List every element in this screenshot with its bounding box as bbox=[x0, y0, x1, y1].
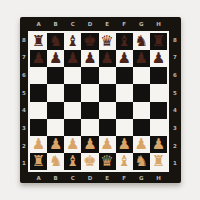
square-g1[interactable]: ♞ bbox=[133, 153, 150, 170]
piece-black-pawn[interactable]: ♟ bbox=[150, 50, 167, 67]
square-e3[interactable] bbox=[99, 119, 116, 136]
square-b1[interactable]: ♞ bbox=[47, 153, 64, 170]
square-d8[interactable]: ♚ bbox=[81, 33, 98, 50]
rank-label-8: 8 bbox=[20, 31, 28, 49]
square-b4[interactable] bbox=[47, 102, 64, 119]
square-f8[interactable]: ♝ bbox=[116, 33, 133, 50]
piece-black-pawn[interactable]: ♟ bbox=[116, 50, 133, 67]
square-f2[interactable]: ♟ bbox=[116, 136, 133, 153]
rank-label-3: 3 bbox=[169, 119, 181, 137]
square-f5[interactable] bbox=[116, 84, 133, 101]
square-g6[interactable] bbox=[133, 67, 150, 84]
rank-label-6: 6 bbox=[20, 66, 28, 84]
square-e5[interactable] bbox=[99, 84, 116, 101]
rank-labels-right: 87654321 bbox=[169, 31, 181, 172]
square-e2[interactable]: ♟ bbox=[99, 136, 116, 153]
rank-label-1: 1 bbox=[20, 154, 28, 172]
square-d1[interactable]: ♚ bbox=[81, 153, 98, 170]
rank-label-3: 3 bbox=[20, 119, 28, 137]
square-g7[interactable]: ♟ bbox=[133, 50, 150, 67]
square-f1[interactable]: ♝ bbox=[116, 153, 133, 170]
file-label-g: G bbox=[133, 172, 150, 183]
piece-black-knight[interactable]: ♞ bbox=[133, 33, 150, 50]
piece-black-pawn[interactable]: ♟ bbox=[133, 50, 150, 67]
square-h7[interactable]: ♟ bbox=[150, 50, 167, 67]
square-d4[interactable] bbox=[81, 102, 98, 119]
square-a2[interactable]: ♟ bbox=[30, 136, 47, 153]
square-d7[interactable]: ♟ bbox=[81, 50, 98, 67]
file-label-e: E bbox=[99, 17, 116, 31]
square-g3[interactable] bbox=[133, 119, 150, 136]
rank-label-2: 2 bbox=[169, 137, 181, 155]
rank-label-7: 7 bbox=[169, 49, 181, 67]
square-h8[interactable]: ♜ bbox=[150, 33, 167, 50]
rank-label-4: 4 bbox=[169, 102, 181, 120]
chess-board-frame: ABCDEFGH 87654321 87654321 ♜♞♝♚♛♝♞♜♟♟♟♟♟… bbox=[20, 17, 181, 183]
square-c7[interactable]: ♟ bbox=[64, 50, 81, 67]
piece-black-knight[interactable]: ♞ bbox=[47, 33, 64, 50]
square-h2[interactable]: ♟ bbox=[150, 136, 167, 153]
square-c4[interactable] bbox=[64, 102, 81, 119]
square-g8[interactable]: ♞ bbox=[133, 33, 150, 50]
square-b5[interactable] bbox=[47, 84, 64, 101]
piece-black-pawn[interactable]: ♟ bbox=[47, 50, 64, 67]
square-b8[interactable]: ♞ bbox=[47, 33, 64, 50]
square-h3[interactable] bbox=[150, 119, 167, 136]
rank-label-2: 2 bbox=[20, 137, 28, 155]
piece-black-pawn[interactable]: ♟ bbox=[99, 50, 116, 67]
chess-board: ♜♞♝♚♛♝♞♜♟♟♟♟♟♟♟♟♟♟♟♟♟♟♟♟♜♞♝♚♛♝♞♜ bbox=[30, 33, 167, 170]
square-c3[interactable] bbox=[64, 119, 81, 136]
square-b3[interactable] bbox=[47, 119, 64, 136]
piece-white-rook[interactable]: ♜ bbox=[150, 153, 167, 170]
board-inner-margin: ♜♞♝♚♛♝♞♜♟♟♟♟♟♟♟♟♟♟♟♟♟♟♟♟♜♞♝♚♛♝♞♜ bbox=[28, 31, 169, 172]
file-label-c: C bbox=[64, 17, 81, 31]
piece-white-pawn[interactable]: ♟ bbox=[30, 136, 47, 153]
file-label-d: D bbox=[81, 17, 98, 31]
file-labels-top: ABCDEFGH bbox=[30, 17, 167, 31]
file-label-e: E bbox=[99, 172, 116, 183]
square-g2[interactable]: ♟ bbox=[133, 136, 150, 153]
square-a6[interactable] bbox=[30, 67, 47, 84]
square-a8[interactable]: ♜ bbox=[30, 33, 47, 50]
square-a7[interactable]: ♟ bbox=[30, 50, 47, 67]
square-d3[interactable] bbox=[81, 119, 98, 136]
file-label-c: C bbox=[64, 172, 81, 183]
file-label-d: D bbox=[81, 172, 98, 183]
rank-labels-left: 87654321 bbox=[20, 31, 28, 172]
file-label-b: B bbox=[47, 172, 64, 183]
square-e8[interactable]: ♛ bbox=[99, 33, 116, 50]
square-f4[interactable] bbox=[116, 102, 133, 119]
piece-black-rook[interactable]: ♜ bbox=[150, 33, 167, 50]
file-label-a: A bbox=[30, 17, 47, 31]
square-b7[interactable]: ♟ bbox=[47, 50, 64, 67]
square-h4[interactable] bbox=[150, 102, 167, 119]
piece-black-pawn[interactable]: ♟ bbox=[81, 50, 98, 67]
piece-black-pawn[interactable]: ♟ bbox=[30, 50, 47, 67]
piece-black-rook[interactable]: ♜ bbox=[30, 33, 47, 50]
piece-black-pawn[interactable]: ♟ bbox=[64, 50, 81, 67]
square-e1[interactable]: ♛ bbox=[99, 153, 116, 170]
rank-label-8: 8 bbox=[169, 31, 181, 49]
square-e6[interactable] bbox=[99, 67, 116, 84]
square-c8[interactable]: ♝ bbox=[64, 33, 81, 50]
square-c2[interactable]: ♟ bbox=[64, 136, 81, 153]
piece-white-pawn[interactable]: ♟ bbox=[81, 136, 98, 153]
file-label-f: F bbox=[116, 172, 133, 183]
piece-black-bishop[interactable]: ♝ bbox=[64, 33, 81, 50]
piece-black-bishop[interactable]: ♝ bbox=[116, 33, 133, 50]
square-h1[interactable]: ♜ bbox=[150, 153, 167, 170]
square-g4[interactable] bbox=[133, 102, 150, 119]
file-label-g: G bbox=[133, 17, 150, 31]
rank-label-7: 7 bbox=[20, 49, 28, 67]
piece-white-pawn[interactable]: ♟ bbox=[133, 136, 150, 153]
piece-white-bishop[interactable]: ♝ bbox=[64, 153, 81, 170]
piece-white-pawn[interactable]: ♟ bbox=[150, 136, 167, 153]
piece-white-rook[interactable]: ♜ bbox=[30, 153, 47, 170]
square-e7[interactable]: ♟ bbox=[99, 50, 116, 67]
square-a4[interactable] bbox=[30, 102, 47, 119]
square-c1[interactable]: ♝ bbox=[64, 153, 81, 170]
square-f3[interactable] bbox=[116, 119, 133, 136]
rank-label-6: 6 bbox=[169, 66, 181, 84]
square-f7[interactable]: ♟ bbox=[116, 50, 133, 67]
piece-white-knight[interactable]: ♞ bbox=[133, 153, 150, 170]
square-c6[interactable] bbox=[64, 67, 81, 84]
piece-white-queen[interactable]: ♛ bbox=[99, 153, 116, 170]
square-g5[interactable] bbox=[133, 84, 150, 101]
piece-white-pawn[interactable]: ♟ bbox=[64, 136, 81, 153]
square-e4[interactable] bbox=[99, 102, 116, 119]
square-b6[interactable] bbox=[47, 67, 64, 84]
rank-label-1: 1 bbox=[169, 154, 181, 172]
square-d6[interactable] bbox=[81, 67, 98, 84]
piece-white-pawn[interactable]: ♟ bbox=[47, 136, 64, 153]
rank-label-4: 4 bbox=[20, 102, 28, 120]
piece-white-knight[interactable]: ♞ bbox=[47, 153, 64, 170]
piece-white-pawn[interactable]: ♟ bbox=[99, 136, 116, 153]
product-photo: ABCDEFGH 87654321 87654321 ♜♞♝♚♛♝♞♜♟♟♟♟♟… bbox=[0, 0, 200, 200]
piece-white-king[interactable]: ♚ bbox=[81, 153, 98, 170]
piece-white-bishop[interactable]: ♝ bbox=[116, 153, 133, 170]
file-label-a: A bbox=[30, 172, 47, 183]
piece-black-king[interactable]: ♚ bbox=[81, 33, 98, 50]
rank-label-5: 5 bbox=[20, 84, 28, 102]
file-labels-bottom: ABCDEFGH bbox=[30, 172, 167, 183]
square-d5[interactable] bbox=[81, 84, 98, 101]
rank-label-5: 5 bbox=[169, 84, 181, 102]
file-label-h: H bbox=[150, 172, 167, 183]
piece-white-pawn[interactable]: ♟ bbox=[116, 136, 133, 153]
square-a1[interactable]: ♜ bbox=[30, 153, 47, 170]
file-label-b: B bbox=[47, 17, 64, 31]
file-label-f: F bbox=[116, 17, 133, 31]
square-h6[interactable] bbox=[150, 67, 167, 84]
piece-black-queen[interactable]: ♛ bbox=[99, 33, 116, 50]
square-f6[interactable] bbox=[116, 67, 133, 84]
square-h5[interactable] bbox=[150, 84, 167, 101]
file-label-h: H bbox=[150, 17, 167, 31]
square-d2[interactable]: ♟ bbox=[81, 136, 98, 153]
square-c5[interactable] bbox=[64, 84, 81, 101]
square-a3[interactable] bbox=[30, 119, 47, 136]
square-b2[interactable]: ♟ bbox=[47, 136, 64, 153]
square-a5[interactable] bbox=[30, 84, 47, 101]
